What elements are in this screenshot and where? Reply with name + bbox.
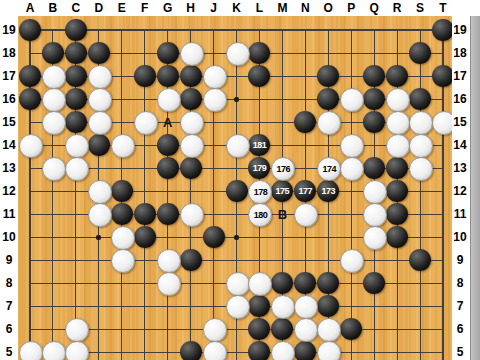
col-label-T: T [439,1,446,15]
white-stone-R16 [386,88,410,112]
white-stone-G16 [157,88,181,112]
black-stone-M8 [271,272,293,294]
black-stone-F10 [134,226,156,248]
black-stone-R11 [386,203,408,225]
black-stone-G14 [157,134,179,156]
col-label-N: N [301,1,310,15]
white-stone-P16 [340,88,364,112]
white-stone-E14 [111,134,135,158]
row-label-left-19: 19 [2,23,15,37]
white-stone-F15 [134,111,158,135]
white-stone-J6 [203,318,227,342]
row-label-left-8: 8 [6,276,13,290]
white-stone-E10 [111,226,135,250]
white-stone-B5 [42,341,66,360]
col-label-J: J [210,1,217,15]
black-stone-N5 [294,341,316,360]
grid-line-row-5 [29,352,444,353]
black-stone-H16 [180,88,202,110]
black-stone-Q16 [363,88,385,110]
col-label-P: P [347,1,355,15]
white-stone-N11 [294,203,318,227]
black-stone-L14: 181 [248,134,270,156]
black-stone-L7 [248,295,270,317]
white-stone-Q10 [363,226,387,250]
black-stone-N15 [294,111,316,133]
row-label-right-10: 10 [453,230,466,244]
black-stone-Q8 [363,272,385,294]
white-stone-Q12 [363,180,387,204]
grid-line-col-P [351,29,352,360]
goban[interactable]: 181179175177173176174178180AB [0,0,480,360]
white-stone-E9 [111,249,135,273]
right-edge-strip [470,16,480,360]
black-stone-C19 [65,19,87,41]
black-stone-C16 [65,88,87,110]
white-stone-D15 [88,111,112,135]
white-stone-H14 [180,134,204,158]
black-stone-A16 [19,88,41,110]
black-stone-C17 [65,65,87,87]
row-label-right-16: 16 [453,92,466,106]
col-label-F: F [141,1,148,15]
black-stone-H13 [180,157,202,179]
black-stone-B18 [42,42,64,64]
black-stone-G17 [157,65,179,87]
white-stone-G9 [157,249,181,273]
go-app-window: 181179175177173176174178180AB ABCDEFGHJK… [0,0,480,360]
black-stone-Q15 [363,111,385,133]
black-stone-L18 [248,42,270,64]
black-stone-G13 [157,157,179,179]
white-stone-L12: 178 [248,180,272,204]
black-stone-N8 [294,272,316,294]
move-number-181: 181 [253,141,267,150]
white-stone-S14 [409,134,433,158]
star-point-D10 [96,235,101,240]
black-stone-G18 [157,42,179,64]
white-stone-K8 [226,272,250,296]
black-stone-J10 [203,226,225,248]
row-label-left-5: 5 [6,345,13,359]
white-stone-B17 [42,65,66,89]
row-label-left-11: 11 [3,207,16,221]
white-stone-D17 [88,65,112,89]
black-stone-F11 [134,203,156,225]
white-stone-K14 [226,134,250,158]
black-stone-K12 [226,180,248,202]
black-stone-Q13 [363,157,385,179]
black-stone-D14 [88,134,110,156]
move-number-177: 177 [299,187,313,196]
black-stone-C15 [65,111,87,133]
black-stone-M6 [271,318,293,340]
black-stone-S18 [409,42,431,64]
white-stone-N6 [294,318,318,342]
black-stone-P6 [340,318,362,340]
black-stone-C18 [65,42,87,64]
black-stone-E12 [111,180,133,202]
black-stone-L13: 179 [248,157,270,179]
row-label-left-15: 15 [2,115,15,129]
white-stone-N7 [294,295,318,319]
white-stone-O13: 174 [317,157,341,181]
col-label-A: A [26,1,35,15]
white-stone-H15 [180,111,204,135]
black-stone-N12: 177 [294,180,316,202]
row-label-left-9: 9 [6,253,13,267]
black-stone-R10 [386,226,408,248]
white-stone-M5 [271,341,295,360]
col-label-L: L [256,1,263,15]
row-label-right-18: 18 [453,46,466,60]
white-stone-A5 [19,341,43,360]
black-stone-H17 [180,65,202,87]
white-stone-K18 [226,42,250,66]
white-stone-H18 [180,42,204,66]
col-label-S: S [416,1,424,15]
white-stone-A14 [19,134,43,158]
white-stone-D11 [88,203,112,227]
white-stone-S13 [409,157,433,181]
row-label-right-14: 14 [453,138,466,152]
col-label-K: K [232,1,241,15]
white-stone-G8 [157,272,181,296]
black-stone-R12 [386,180,408,202]
col-label-D: D [94,1,103,15]
black-stone-Q17 [363,65,385,87]
white-stone-L8 [248,272,272,296]
black-stone-M12: 175 [271,180,293,202]
white-stone-L11: 180 [248,203,272,227]
black-stone-O16 [317,88,339,110]
white-stone-B13 [42,157,66,181]
black-stone-E11 [111,203,133,225]
move-number-174: 174 [323,165,337,174]
white-stone-D12 [88,180,112,204]
col-label-G: G [163,1,172,15]
black-stone-R13 [386,157,408,179]
row-label-right-19: 19 [453,23,466,37]
move-number-176: 176 [277,165,291,174]
col-label-H: H [186,1,195,15]
white-stone-D16 [88,88,112,112]
white-stone-P9 [340,249,364,273]
row-label-right-6: 6 [457,322,464,336]
annotation-B: B [278,207,287,222]
black-stone-O17 [317,65,339,87]
row-label-right-9: 9 [457,253,464,267]
black-stone-L6 [248,318,270,340]
row-label-left-14: 14 [2,138,15,152]
row-label-left-6: 6 [6,322,13,336]
black-stone-D18 [88,42,110,64]
white-stone-J16 [203,88,227,112]
white-stone-C6 [65,318,89,342]
white-stone-C13 [65,157,89,181]
col-label-B: B [49,1,58,15]
black-stone-A19 [19,19,41,41]
col-label-C: C [72,1,81,15]
row-label-right-15: 15 [453,115,466,129]
row-label-left-17: 17 [2,69,15,83]
black-stone-R17 [386,65,408,87]
annotation-A: A [163,115,172,130]
white-stone-J5 [203,341,227,360]
col-label-R: R [393,1,402,15]
row-label-left-10: 10 [2,230,15,244]
white-stone-B16 [42,88,66,112]
black-stone-T19 [432,19,454,41]
move-number-173: 173 [322,187,336,196]
white-stone-P13 [340,157,364,181]
grid-line-col-S [420,29,421,360]
black-stone-S9 [409,249,431,271]
white-stone-O15 [317,111,341,135]
black-stone-A17 [19,65,41,87]
black-stone-F17 [134,65,156,87]
white-stone-H11 [180,203,204,227]
black-stone-L5 [248,341,270,360]
black-stone-O8 [317,272,339,294]
row-label-left-16: 16 [2,92,15,106]
move-number-175: 175 [276,187,290,196]
black-stone-O12: 173 [317,180,339,202]
row-label-right-11: 11 [454,207,467,221]
row-label-left-13: 13 [2,161,15,175]
white-stone-P14 [340,134,364,158]
col-label-M: M [277,1,287,15]
grid-line-row-9 [29,260,444,261]
star-point-K16 [234,97,239,102]
white-stone-M7 [271,295,295,319]
row-label-right-12: 12 [453,184,466,198]
row-label-right-7: 7 [457,299,464,313]
grid-line-row-19 [29,29,444,31]
row-label-left-7: 7 [6,299,13,313]
row-label-right-5: 5 [457,345,464,359]
col-label-O: O [324,1,333,15]
move-number-179: 179 [253,164,267,173]
star-point-K10 [234,235,239,240]
row-label-left-18: 18 [2,46,15,60]
grid-line-row-6 [29,329,444,330]
black-stone-O7 [317,295,339,317]
black-stone-G11 [157,203,179,225]
white-stone-S15 [409,111,433,135]
black-stone-L17 [248,65,270,87]
white-stone-B15 [42,111,66,135]
black-stone-H9 [180,249,202,271]
white-stone-K7 [226,295,250,319]
black-stone-T17 [432,65,454,87]
black-stone-S16 [409,88,431,110]
col-label-Q: Q [369,1,378,15]
white-stone-C5 [65,341,89,360]
white-stone-M13: 176 [271,157,295,181]
white-stone-O6 [317,318,341,342]
black-stone-H5 [180,341,202,360]
row-label-left-12: 12 [2,184,15,198]
row-label-right-17: 17 [453,69,466,83]
move-number-178: 178 [254,188,268,197]
white-stone-R15 [386,111,410,135]
white-stone-C14 [65,134,89,158]
row-label-right-8: 8 [457,276,464,290]
col-label-E: E [118,1,126,15]
white-stone-R14 [386,134,410,158]
white-stone-J17 [203,65,227,89]
move-number-180: 180 [254,211,268,220]
white-stone-Q11 [363,203,387,227]
row-label-right-13: 13 [453,161,466,175]
white-stone-O5 [317,341,341,360]
